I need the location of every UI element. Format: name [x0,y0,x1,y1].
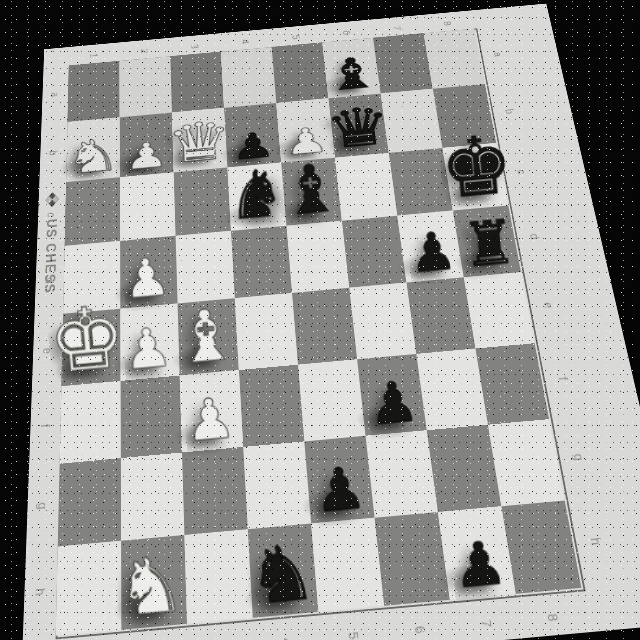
rank-label: 8 [441,21,454,27]
piece-black-pawn-h7[interactable]: ♟ [450,532,509,597]
rank-label: 4 [240,39,252,45]
square-b7[interactable] [381,89,443,153]
square-a3[interactable] [170,52,224,113]
square-a7[interactable] [373,33,433,93]
file-label: a [492,51,505,57]
square-g6[interactable] [366,430,438,518]
piece-black-rook-d8[interactable]: ♜ [460,211,520,276]
file-label: h [588,537,605,546]
square-f1[interactable] [60,381,121,464]
rank-label: 6 [341,30,353,36]
rank-label: 3 [189,44,201,50]
chess-board: US CHESS 12345678a♝ab♞♟♛♟♟♛bc♞♝♚cd♟♟♜de♚… [21,4,640,640]
label-right-f: f [535,335,640,419]
square-h1[interactable] [56,541,122,636]
rank-label: 2 [139,48,151,54]
square-h8[interactable] [501,500,581,593]
rank-label: 8 [545,613,562,622]
square-h6[interactable] [375,512,450,606]
square-c5[interactable]: ♝ [281,158,342,226]
board-margin-corner [44,47,70,68]
piece-black-pawn-f6[interactable]: ♟ [366,373,421,434]
square-a2[interactable] [120,56,172,117]
square-h2[interactable]: ♞ [121,535,187,630]
label-left-b: b [39,122,67,184]
label-bottom-8: 8 [516,588,590,638]
piece-white-pawn-e2[interactable]: ♟ [121,320,175,379]
label-right-d: d [508,198,607,272]
piece-white-pawn-b2[interactable]: ♟ [125,137,169,176]
square-e6[interactable] [349,283,416,360]
file-label: f [556,376,571,380]
piece-black-knight-c4[interactable]: ♞ [224,160,288,230]
label-left-h: h [23,547,58,639]
square-c1[interactable] [65,177,120,246]
square-b1[interactable]: ♞ [66,117,120,182]
square-c4[interactable]: ♞ [227,163,286,231]
square-a1[interactable] [68,61,120,122]
file-label: a [49,92,61,98]
rank-label: 5 [290,35,302,41]
piece-black-knight-h4[interactable]: ♞ [244,533,320,616]
square-f2[interactable] [121,375,182,458]
rank-label: 6 [412,625,429,634]
square-g5[interactable]: ♟ [304,436,374,524]
file-label: c [515,169,529,175]
square-e5[interactable] [292,288,357,365]
square-e3[interactable]: ♝ [178,298,239,375]
label-left-f: f [29,386,61,466]
square-c8[interactable]: ♚ [443,143,509,211]
square-a5[interactable] [272,42,329,103]
square-c6[interactable] [335,153,397,221]
square-g2[interactable] [121,453,185,541]
square-g3[interactable] [182,447,248,535]
rank-label: 7 [478,619,495,628]
file-label: g [571,453,587,461]
square-h3[interactable] [184,529,252,623]
file-label: d [43,277,56,284]
square-f6[interactable]: ♟ [357,354,427,436]
square-c2[interactable] [120,172,176,241]
piece-white-bishop-e3[interactable]: ♝ [171,298,241,374]
label-left-a: a [41,66,68,125]
square-f5[interactable] [298,359,366,441]
file-label: f [38,423,52,428]
square-a6[interactable]: ♝ [322,38,380,99]
square-g8[interactable] [488,419,565,506]
file-label: c [45,212,58,218]
square-c3[interactable] [174,167,231,235]
label-bottom-7: 7 [450,594,523,640]
square-b3[interactable]: ♛ [172,108,228,172]
label-left-c: c [37,182,66,248]
square-f4[interactable] [239,365,305,447]
square-d5[interactable] [286,221,349,293]
board-margin-corner [581,579,640,632]
square-g4[interactable] [243,441,311,529]
square-e1[interactable]: ♚ [61,309,120,387]
square-a4[interactable] [221,47,276,108]
file-label: h [33,587,48,596]
square-h4[interactable]: ♞ [248,524,319,618]
label-bottom-5: 5 [318,606,389,640]
piece-black-bishop-a6[interactable]: ♝ [322,50,382,97]
piece-black-bishop-c5[interactable]: ♝ [278,153,343,225]
file-label: g [36,502,51,510]
square-e4[interactable] [235,293,298,370]
piece-white-king-e1[interactable]: ♚ [45,293,129,385]
file-label: d [528,233,542,240]
rank-label: 7 [391,25,404,31]
file-label: b [503,108,516,114]
piece-white-pawn-d2[interactable]: ♟ [121,250,173,307]
square-d2[interactable]: ♟ [120,236,177,309]
square-d4[interactable] [231,226,292,298]
piece-white-pawn-f3[interactable]: ♟ [182,390,237,451]
square-h5[interactable] [311,518,384,612]
label-left-g: g [26,464,60,550]
square-d8[interactable]: ♜ [453,206,521,278]
piece-black-pawn-g5[interactable]: ♟ [311,459,368,522]
square-b6[interactable]: ♛ [328,94,388,158]
file-label: e [541,302,556,309]
square-e2[interactable]: ♟ [120,303,179,380]
label-bottom-3: 3 [187,618,255,640]
label-right-g: g [549,411,640,501]
label-right-e: e [521,264,623,343]
square-d6[interactable] [342,216,407,288]
board-photo-stage: US CHESS 12345678a♝ab♞♟♛♟♟♛bc♞♝♚cd♟♟♜de♚… [0,0,640,640]
square-g1[interactable] [58,458,121,547]
rank-label: 5 [346,631,362,640]
label-right-a: a [474,22,563,84]
board-perspective-wrapper: US CHESS 12345678a♝ab♞♟♛♟♟♛bc♞♝♚cd♟♟♜de♚… [21,4,640,640]
piece-black-pawn-d7[interactable]: ♟ [407,224,459,281]
rank-label: 1 [88,53,100,59]
file-label: b [47,150,60,156]
label-bottom-4: 4 [253,612,322,640]
piece-black-king-c8[interactable]: ♚ [437,123,516,210]
piece-white-knight-b1[interactable]: ♞ [65,132,121,181]
square-f3[interactable]: ♟ [180,370,243,452]
label-bottom-6: 6 [384,600,456,640]
piece-white-knight-h2[interactable]: ♞ [113,545,189,628]
